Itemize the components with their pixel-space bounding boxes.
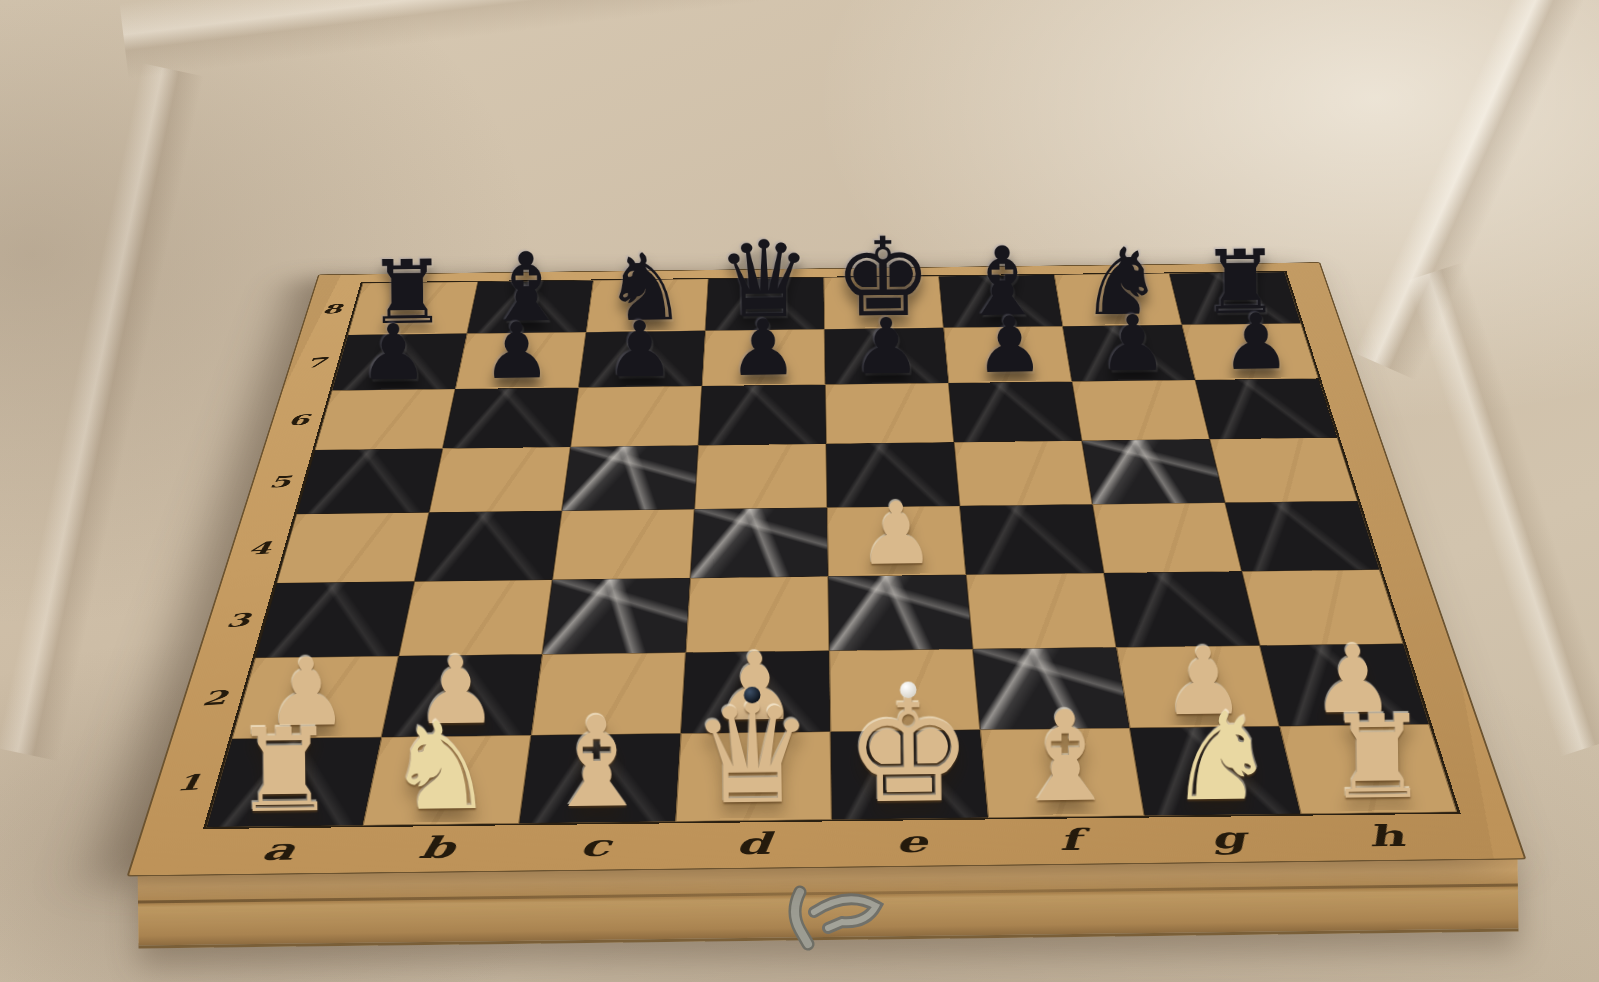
photo-scene: ♜♝♞♛♚♝♞♜♟♟♟♟♟♟♟♟♟♟♟♟♟♟♜♞♝♛♚♝♞♜ 12345678a… bbox=[0, 0, 1599, 982]
board-square-g5 bbox=[1082, 439, 1225, 504]
board-square-b4 bbox=[414, 511, 561, 582]
black-pawn-e7: ♟ bbox=[824, 311, 948, 383]
board-square-c1: ♝ bbox=[519, 733, 681, 823]
rank-label-2: 2 bbox=[191, 685, 238, 711]
board-square-c6 bbox=[570, 386, 701, 447]
file-label-a: a bbox=[235, 832, 323, 868]
white-queen-d1: ♛ bbox=[674, 690, 832, 819]
black-pawn-g7: ♟ bbox=[1071, 308, 1195, 380]
file-label-h: h bbox=[1341, 818, 1430, 854]
board-square-b6 bbox=[443, 388, 579, 449]
board-square-a6 bbox=[315, 389, 455, 450]
board-grid: ♜♝♞♛♚♝♞♜♟♟♟♟♟♟♟♟♟♟♟♟♟♟♜♞♝♛♚♝♞♜ bbox=[206, 272, 1457, 827]
board-square-g6 bbox=[1072, 380, 1210, 441]
white-knight-b1: ♞ bbox=[362, 710, 520, 823]
black-pawn-d7: ♟ bbox=[701, 312, 825, 384]
board-square-f4 bbox=[960, 504, 1104, 574]
rank-label-8: 8 bbox=[314, 301, 350, 318]
board-square-h5 bbox=[1210, 438, 1358, 503]
board-square-a7: ♟ bbox=[332, 334, 467, 391]
board-square-f5 bbox=[954, 441, 1092, 506]
rank-label-3: 3 bbox=[215, 608, 260, 632]
file-label-g: g bbox=[1185, 820, 1271, 856]
board-square-d6 bbox=[698, 385, 826, 446]
board-square-e4: ♟ bbox=[827, 506, 966, 576]
board-square-a1: ♜ bbox=[206, 737, 381, 827]
file-label-c: c bbox=[553, 828, 635, 864]
black-pawn-a7: ♟ bbox=[331, 317, 455, 389]
file-label-e: e bbox=[871, 824, 952, 860]
board-square-c3 bbox=[542, 578, 690, 654]
light-finial-dot bbox=[900, 681, 917, 698]
board-square-e7: ♟ bbox=[824, 328, 948, 385]
board-square-c4 bbox=[552, 509, 694, 580]
white-king-e1: ♚ bbox=[830, 684, 988, 817]
file-label-f: f bbox=[1028, 822, 1112, 858]
board-square-g4 bbox=[1092, 503, 1241, 573]
file-label-b: b bbox=[394, 830, 479, 866]
white-bishop-f1: ♝ bbox=[986, 699, 1144, 816]
rank-label-4: 4 bbox=[238, 537, 281, 559]
white-pawn-e4: ♟ bbox=[827, 494, 966, 575]
board-square-d4 bbox=[690, 508, 828, 578]
board-square-f1: ♝ bbox=[980, 728, 1144, 818]
board-square-f7: ♟ bbox=[944, 326, 1072, 383]
board-square-d7: ♟ bbox=[702, 329, 825, 386]
board-square-a4 bbox=[277, 512, 430, 583]
file-label-d: d bbox=[713, 826, 793, 862]
board-square-e1: ♚ bbox=[830, 730, 988, 820]
board-square-b5 bbox=[429, 447, 570, 513]
white-bishop-c1: ♝ bbox=[518, 704, 676, 821]
board-square-g1: ♞ bbox=[1130, 726, 1301, 816]
board-square-f6 bbox=[949, 381, 1082, 442]
white-rook-a1: ♜ bbox=[206, 717, 363, 825]
metal-clasp-icon bbox=[778, 884, 908, 966]
rank-label-6: 6 bbox=[279, 411, 318, 430]
black-pawn-c7: ♟ bbox=[578, 314, 702, 386]
board-square-g7: ♟ bbox=[1063, 325, 1196, 382]
board-square-d5 bbox=[694, 444, 827, 509]
board-square-a5 bbox=[296, 448, 442, 514]
board-square-b1: ♞ bbox=[363, 735, 531, 825]
board-square-f3 bbox=[966, 573, 1116, 649]
chessboard-wrapper: ♜♝♞♛♚♝♞♜♟♟♟♟♟♟♟♟♟♟♟♟♟♟♜♞♝♛♚♝♞♜ 12345678a… bbox=[110, 0, 1527, 876]
board-square-e6 bbox=[825, 383, 954, 444]
black-pawn-h7: ♟ bbox=[1194, 306, 1318, 378]
board-square-h4 bbox=[1225, 501, 1380, 571]
board-square-h7: ♟ bbox=[1182, 323, 1319, 380]
white-knight-g1: ♞ bbox=[1143, 700, 1301, 813]
dark-finial-dot bbox=[744, 687, 761, 704]
board-square-h1: ♜ bbox=[1279, 724, 1457, 814]
black-pawn-b7: ♟ bbox=[455, 315, 579, 387]
chessboard: ♜♝♞♛♚♝♞♜♟♟♟♟♟♟♟♟♟♟♟♟♟♟♜♞♝♛♚♝♞♜ 12345678a… bbox=[127, 262, 1527, 876]
rank-label-5: 5 bbox=[259, 472, 300, 492]
rank-label-7: 7 bbox=[297, 354, 335, 372]
white-rook-h1: ♜ bbox=[1299, 704, 1456, 812]
board-square-h6 bbox=[1195, 378, 1337, 439]
board-square-c5 bbox=[562, 445, 699, 510]
board-square-b7: ♟ bbox=[455, 332, 586, 389]
board-square-d1: ♛ bbox=[675, 732, 831, 822]
black-pawn-f7: ♟ bbox=[948, 309, 1072, 381]
board-square-c7: ♟ bbox=[579, 331, 706, 388]
board-square-e3 bbox=[828, 575, 973, 651]
